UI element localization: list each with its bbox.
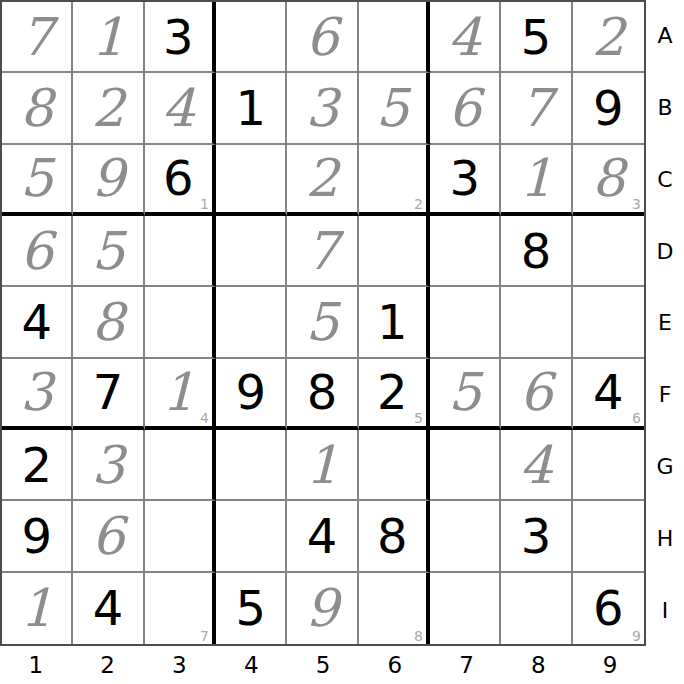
cell-value: 6 [448, 82, 481, 134]
cell-E6[interactable]: 1 [359, 287, 430, 358]
cell-G6[interactable] [359, 430, 430, 501]
cell-I8[interactable] [501, 573, 572, 644]
cell-value: 4 [593, 368, 624, 416]
cell-value: 6 [593, 584, 624, 632]
sudoku-page: 7136452824135679596122318365784851371498… [0, 0, 684, 684]
cell-G3[interactable] [145, 430, 216, 501]
cell-H9[interactable] [573, 501, 644, 572]
cell-value: 4 [448, 11, 481, 63]
cell-D9[interactable] [573, 216, 644, 287]
box-number-9: 9 [632, 629, 641, 643]
column-label-3: 3 [144, 646, 216, 684]
cell-F1[interactable]: 3 [2, 359, 73, 430]
cell-I2[interactable]: 4 [73, 573, 144, 644]
cell-value: 8 [377, 512, 408, 560]
cell-value: 4 [162, 82, 195, 134]
row-label-I: I [646, 574, 684, 646]
cell-value: 8 [20, 82, 53, 134]
box-number-2: 2 [414, 197, 423, 211]
cell-C9[interactable]: 83 [573, 145, 644, 216]
cell-D6[interactable] [359, 216, 430, 287]
cell-H4[interactable] [216, 501, 287, 572]
column-labels: 123456789 [0, 646, 646, 684]
cell-F5[interactable]: 8 [287, 359, 358, 430]
cell-A4[interactable] [216, 2, 287, 73]
cell-B5[interactable]: 3 [287, 73, 358, 144]
cell-value: 1 [305, 439, 338, 491]
cell-G7[interactable] [430, 430, 501, 501]
cell-value: 6 [519, 366, 552, 418]
cell-B9[interactable]: 9 [573, 73, 644, 144]
cell-value: 8 [521, 227, 552, 275]
cell-C6[interactable]: 2 [359, 145, 430, 216]
cell-value: 9 [235, 368, 266, 416]
cell-C5[interactable]: 2 [287, 145, 358, 216]
cell-value: 3 [163, 13, 194, 61]
cell-D2[interactable]: 5 [73, 216, 144, 287]
cell-value: 1 [519, 152, 552, 204]
cell-value: 1 [91, 11, 124, 63]
cell-I3[interactable]: 7 [145, 573, 216, 644]
cell-E2[interactable]: 8 [73, 287, 144, 358]
column-label-2: 2 [72, 646, 144, 684]
cell-C1[interactable]: 5 [2, 145, 73, 216]
cell-value: 7 [93, 368, 124, 416]
cell-A8[interactable]: 5 [501, 2, 572, 73]
cell-value: 9 [91, 152, 124, 204]
cell-value: 1 [162, 366, 195, 418]
cell-value: 1 [377, 298, 408, 346]
cell-A1[interactable]: 7 [2, 2, 73, 73]
cell-A3[interactable]: 3 [145, 2, 216, 73]
column-label-7: 7 [431, 646, 503, 684]
cell-I5[interactable]: 9 [287, 573, 358, 644]
cell-G4[interactable] [216, 430, 287, 501]
cell-H6[interactable]: 8 [359, 501, 430, 572]
column-label-8: 8 [502, 646, 574, 684]
row-labels: ABCDEFGHI [646, 0, 684, 646]
cell-C7[interactable]: 3 [430, 145, 501, 216]
row-label-B: B [646, 72, 684, 144]
cell-value: 4 [519, 439, 552, 491]
cell-D4[interactable] [216, 216, 287, 287]
cell-H7[interactable] [430, 501, 501, 572]
cell-value: 2 [305, 152, 338, 204]
cell-A6[interactable] [359, 2, 430, 73]
box-number-3: 3 [632, 197, 641, 211]
cell-I9[interactable]: 69 [573, 573, 644, 644]
cell-value: 9 [305, 582, 338, 634]
cell-A7[interactable]: 4 [430, 2, 501, 73]
row-label-C: C [646, 144, 684, 216]
cell-A9[interactable]: 2 [573, 2, 644, 73]
cell-D1[interactable]: 6 [2, 216, 73, 287]
cell-value: 2 [377, 368, 408, 416]
cell-value: 5 [448, 366, 481, 418]
cell-value: 7 [20, 11, 53, 63]
cell-F4[interactable]: 9 [216, 359, 287, 430]
cell-F8[interactable]: 6 [501, 359, 572, 430]
cell-value: 9 [593, 84, 624, 132]
cell-value: 6 [163, 154, 194, 202]
cell-F6[interactable]: 25 [359, 359, 430, 430]
cell-A5[interactable]: 6 [287, 2, 358, 73]
cell-E5[interactable]: 5 [287, 287, 358, 358]
row-label-A: A [646, 0, 684, 72]
cell-C3[interactable]: 61 [145, 145, 216, 216]
cell-C2[interactable]: 9 [73, 145, 144, 216]
cell-H3[interactable] [145, 501, 216, 572]
cell-G2[interactable]: 3 [73, 430, 144, 501]
cell-value: 9 [21, 512, 52, 560]
cell-G1[interactable]: 2 [2, 430, 73, 501]
cell-E9[interactable] [573, 287, 644, 358]
cell-D8[interactable]: 8 [501, 216, 572, 287]
cell-E3[interactable] [145, 287, 216, 358]
cell-I4[interactable]: 5 [216, 573, 287, 644]
cell-H8[interactable]: 3 [501, 501, 572, 572]
cell-value: 5 [20, 152, 53, 204]
cell-value: 1 [20, 582, 53, 634]
box-number-7: 7 [200, 629, 209, 643]
cell-value: 8 [91, 296, 124, 348]
cell-value: 7 [519, 82, 552, 134]
sudoku-board: 7136452824135679596122318365784851371498… [0, 0, 646, 646]
box-number-4: 4 [200, 411, 209, 425]
cell-C4[interactable] [216, 145, 287, 216]
cell-B1[interactable]: 8 [2, 73, 73, 144]
cell-B2[interactable]: 2 [73, 73, 144, 144]
row-label-H: H [646, 502, 684, 574]
cell-I1[interactable]: 1 [2, 573, 73, 644]
cell-value: 1 [235, 84, 266, 132]
box-number-6: 6 [632, 411, 641, 425]
cell-value: 2 [21, 441, 52, 489]
cell-G9[interactable] [573, 430, 644, 501]
cell-B3[interactable]: 4 [145, 73, 216, 144]
cell-value: 3 [20, 366, 53, 418]
column-label-6: 6 [359, 646, 431, 684]
cell-E4[interactable] [216, 287, 287, 358]
cell-E7[interactable] [430, 287, 501, 358]
cell-value: 5 [235, 584, 266, 632]
cell-value: 3 [521, 512, 552, 560]
cell-C8[interactable]: 1 [501, 145, 572, 216]
cell-value: 4 [21, 298, 52, 346]
box-number-5: 5 [414, 411, 423, 425]
cell-D3[interactable] [145, 216, 216, 287]
cell-value: 2 [91, 82, 124, 134]
cell-value: 5 [91, 225, 124, 277]
cell-H1[interactable]: 9 [2, 501, 73, 572]
box-number-8: 8 [414, 629, 423, 643]
cell-value: 6 [305, 11, 338, 63]
cell-value: 6 [91, 510, 124, 562]
cell-value: 4 [93, 584, 124, 632]
row-label-E: E [646, 287, 684, 359]
row-label-F: F [646, 359, 684, 431]
cell-value: 3 [449, 154, 480, 202]
cell-I6[interactable]: 8 [359, 573, 430, 644]
cell-D5[interactable]: 7 [287, 216, 358, 287]
cell-value: 5 [521, 13, 552, 61]
cell-value: 3 [305, 82, 338, 134]
cell-G5[interactable]: 1 [287, 430, 358, 501]
cell-H2[interactable]: 6 [73, 501, 144, 572]
cell-F7[interactable]: 5 [430, 359, 501, 430]
cell-B4[interactable]: 1 [216, 73, 287, 144]
row-label-G: G [646, 431, 684, 503]
cell-A2[interactable]: 1 [73, 2, 144, 73]
cell-H5[interactable]: 4 [287, 501, 358, 572]
cell-G8[interactable]: 4 [501, 430, 572, 501]
cell-E1[interactable]: 4 [2, 287, 73, 358]
cell-value: 4 [307, 512, 338, 560]
cell-B7[interactable]: 6 [430, 73, 501, 144]
cell-value: 8 [592, 152, 625, 204]
cell-B8[interactable]: 7 [501, 73, 572, 144]
cell-E8[interactable] [501, 287, 572, 358]
cell-value: 5 [376, 82, 409, 134]
box-number-1: 1 [200, 197, 209, 211]
cell-value: 5 [305, 296, 338, 348]
column-label-5: 5 [287, 646, 359, 684]
cell-value: 3 [91, 439, 124, 491]
cell-value: 6 [20, 225, 53, 277]
cell-value: 8 [307, 368, 338, 416]
cell-F3[interactable]: 14 [145, 359, 216, 430]
column-label-1: 1 [0, 646, 72, 684]
column-label-9: 9 [574, 646, 646, 684]
column-label-4: 4 [215, 646, 287, 684]
cell-value: 2 [592, 11, 625, 63]
cell-D7[interactable] [430, 216, 501, 287]
cell-F2[interactable]: 7 [73, 359, 144, 430]
cell-I7[interactable] [430, 573, 501, 644]
cell-value: 7 [305, 225, 338, 277]
cell-B6[interactable]: 5 [359, 73, 430, 144]
cell-F9[interactable]: 46 [573, 359, 644, 430]
row-label-D: D [646, 215, 684, 287]
